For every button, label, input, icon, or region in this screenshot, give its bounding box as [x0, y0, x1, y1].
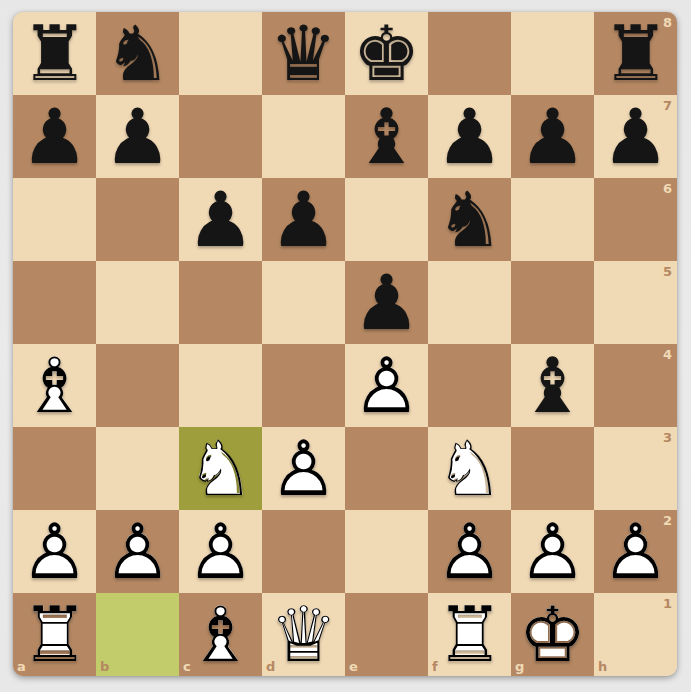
- square-b1[interactable]: b: [96, 593, 179, 676]
- black-bishop-piece[interactable]: ♝: [511, 344, 594, 427]
- square-c1[interactable]: ♝♗c: [179, 593, 262, 676]
- black-pawn-piece[interactable]: ♟: [179, 178, 262, 261]
- square-c5[interactable]: [179, 261, 262, 344]
- piece-glyph: ♞: [103, 12, 171, 95]
- square-e6[interactable]: [345, 178, 428, 261]
- piece-glyph: ♟: [518, 95, 586, 178]
- square-a5[interactable]: [13, 261, 96, 344]
- rank-label-6: 6: [663, 181, 672, 196]
- square-a1[interactable]: ♜♖a: [13, 593, 96, 676]
- white-pawn-piece[interactable]: ♟♙: [345, 344, 428, 427]
- square-f4[interactable]: [428, 344, 511, 427]
- white-rook-piece[interactable]: ♜♖: [13, 593, 96, 676]
- square-h2[interactable]: ♟♙2: [594, 510, 677, 593]
- chess-board: ♜♞♛♚♜8♟♟♝♟♟♟7♟♟♞6♟5♝♗♟♙♝4♞♘♟♙♞♘3♟♙♟♙♟♙♟♙…: [13, 12, 677, 676]
- piece-glyph: ♙: [186, 510, 254, 593]
- square-c6[interactable]: ♟: [179, 178, 262, 261]
- square-c7[interactable]: [179, 95, 262, 178]
- piece-glyph: ♞: [435, 178, 503, 261]
- white-pawn-piece[interactable]: ♟♙: [179, 510, 262, 593]
- piece-glyph: ♟: [269, 178, 337, 261]
- piece-glyph: ♘: [435, 427, 503, 510]
- square-g5[interactable]: [511, 261, 594, 344]
- piece-glyph: ♘: [186, 427, 254, 510]
- square-d6[interactable]: ♟: [262, 178, 345, 261]
- piece-glyph: ♔: [518, 593, 586, 676]
- file-label-h: h: [598, 659, 607, 674]
- white-pawn-piece[interactable]: ♟♙: [96, 510, 179, 593]
- square-h6[interactable]: 6: [594, 178, 677, 261]
- square-g3[interactable]: [511, 427, 594, 510]
- piece-glyph: ♙: [352, 344, 420, 427]
- piece-glyph: ♖: [20, 593, 88, 676]
- piece-glyph: ♙: [20, 510, 88, 593]
- page-background: ♜♞♛♚♜8♟♟♝♟♟♟7♟♟♞6♟5♝♗♟♙♝4♞♘♟♙♞♘3♟♙♟♙♟♙♟♙…: [0, 0, 691, 692]
- square-e1[interactable]: e: [345, 593, 428, 676]
- piece-glyph: ♖: [435, 593, 503, 676]
- piece-glyph: ♟: [352, 261, 420, 344]
- square-d5[interactable]: [262, 261, 345, 344]
- square-e2[interactable]: [345, 510, 428, 593]
- white-king-piece[interactable]: ♚♔: [511, 593, 594, 676]
- black-pawn-piece[interactable]: ♟: [262, 178, 345, 261]
- square-a4[interactable]: ♝♗: [13, 344, 96, 427]
- square-b5[interactable]: [96, 261, 179, 344]
- white-pawn-piece[interactable]: ♟♙: [262, 427, 345, 510]
- rank-label-1: 1: [663, 596, 672, 611]
- square-g2[interactable]: ♟♙: [511, 510, 594, 593]
- square-b3[interactable]: [96, 427, 179, 510]
- black-knight-piece[interactable]: ♞: [96, 12, 179, 95]
- square-e3[interactable]: [345, 427, 428, 510]
- square-d4[interactable]: [262, 344, 345, 427]
- piece-glyph: ♙: [103, 510, 171, 593]
- square-e7[interactable]: ♝: [345, 95, 428, 178]
- white-pawn-piece[interactable]: ♟♙: [511, 510, 594, 593]
- black-queen-piece[interactable]: ♛: [262, 12, 345, 95]
- white-pawn-piece[interactable]: ♟♙: [594, 510, 677, 593]
- square-a6[interactable]: [13, 178, 96, 261]
- piece-glyph: ♜: [601, 12, 669, 95]
- square-h8[interactable]: ♜8: [594, 12, 677, 95]
- square-h7[interactable]: ♟7: [594, 95, 677, 178]
- white-knight-piece[interactable]: ♞♘: [179, 427, 262, 510]
- square-a7[interactable]: ♟: [13, 95, 96, 178]
- black-pawn-piece[interactable]: ♟: [345, 261, 428, 344]
- square-b7[interactable]: ♟: [96, 95, 179, 178]
- square-f3[interactable]: ♞♘: [428, 427, 511, 510]
- square-f7[interactable]: ♟: [428, 95, 511, 178]
- black-rook-piece[interactable]: ♜: [13, 12, 96, 95]
- piece-glyph: ♝: [352, 95, 420, 178]
- piece-glyph: ♝: [518, 344, 586, 427]
- black-pawn-piece[interactable]: ♟: [428, 95, 511, 178]
- piece-glyph: ♙: [601, 510, 669, 593]
- square-b2[interactable]: ♟♙: [96, 510, 179, 593]
- square-b6[interactable]: [96, 178, 179, 261]
- black-king-piece[interactable]: ♚: [345, 12, 428, 95]
- piece-glyph: ♕: [269, 593, 337, 676]
- square-g1[interactable]: ♚♔g: [511, 593, 594, 676]
- white-rook-piece[interactable]: ♜♖: [428, 593, 511, 676]
- piece-glyph: ♙: [269, 427, 337, 510]
- square-g7[interactable]: ♟: [511, 95, 594, 178]
- square-c2[interactable]: ♟♙: [179, 510, 262, 593]
- black-bishop-piece[interactable]: ♝: [345, 95, 428, 178]
- piece-glyph: ♙: [518, 510, 586, 593]
- square-b4[interactable]: [96, 344, 179, 427]
- piece-glyph: ♗: [20, 344, 88, 427]
- square-h4[interactable]: 4: [594, 344, 677, 427]
- piece-glyph: ♙: [435, 510, 503, 593]
- square-d1[interactable]: ♛♕d: [262, 593, 345, 676]
- black-pawn-piece[interactable]: ♟: [13, 95, 96, 178]
- white-knight-piece[interactable]: ♞♘: [428, 427, 511, 510]
- square-e5[interactable]: ♟: [345, 261, 428, 344]
- square-e8[interactable]: ♚: [345, 12, 428, 95]
- square-f6[interactable]: ♞: [428, 178, 511, 261]
- square-d7[interactable]: [262, 95, 345, 178]
- square-c4[interactable]: [179, 344, 262, 427]
- piece-glyph: ♟: [20, 95, 88, 178]
- piece-glyph: ♟: [601, 95, 669, 178]
- black-rook-piece[interactable]: ♜: [594, 12, 677, 95]
- piece-glyph: ♚: [352, 12, 420, 95]
- square-a2[interactable]: ♟♙: [13, 510, 96, 593]
- square-b8[interactable]: ♞: [96, 12, 179, 95]
- black-pawn-piece[interactable]: ♟: [96, 95, 179, 178]
- square-d8[interactable]: ♛: [262, 12, 345, 95]
- square-a8[interactable]: ♜: [13, 12, 96, 95]
- black-pawn-piece[interactable]: ♟: [594, 95, 677, 178]
- white-queen-piece[interactable]: ♛♕: [262, 593, 345, 676]
- white-pawn-piece[interactable]: ♟♙: [428, 510, 511, 593]
- square-h5[interactable]: 5: [594, 261, 677, 344]
- piece-glyph: ♟: [103, 95, 171, 178]
- white-pawn-piece[interactable]: ♟♙: [13, 510, 96, 593]
- piece-glyph: ♟: [435, 95, 503, 178]
- square-f5[interactable]: [428, 261, 511, 344]
- square-f8[interactable]: [428, 12, 511, 95]
- white-bishop-piece[interactable]: ♝♗: [13, 344, 96, 427]
- square-g4[interactable]: ♝: [511, 344, 594, 427]
- square-d2[interactable]: [262, 510, 345, 593]
- square-a3[interactable]: [13, 427, 96, 510]
- white-bishop-piece[interactable]: ♝♗: [179, 593, 262, 676]
- rank-label-3: 3: [663, 430, 672, 445]
- piece-glyph: ♟: [186, 178, 254, 261]
- square-c3[interactable]: ♞♘: [179, 427, 262, 510]
- square-f1[interactable]: ♜♖f: [428, 593, 511, 676]
- black-knight-piece[interactable]: ♞: [428, 178, 511, 261]
- square-f2[interactable]: ♟♙: [428, 510, 511, 593]
- piece-glyph: ♜: [20, 12, 88, 95]
- rank-label-5: 5: [663, 264, 672, 279]
- square-d3[interactable]: ♟♙: [262, 427, 345, 510]
- square-g6[interactable]: [511, 178, 594, 261]
- piece-glyph: ♗: [186, 593, 254, 676]
- square-e4[interactable]: ♟♙: [345, 344, 428, 427]
- square-h3[interactable]: 3: [594, 427, 677, 510]
- rank-label-4: 4: [663, 347, 672, 362]
- piece-glyph: ♛: [269, 12, 337, 95]
- black-pawn-piece[interactable]: ♟: [511, 95, 594, 178]
- square-g8[interactable]: [511, 12, 594, 95]
- file-label-b: b: [100, 659, 109, 674]
- square-c8[interactable]: [179, 12, 262, 95]
- file-label-e: e: [349, 659, 358, 674]
- square-h1[interactable]: 1h: [594, 593, 677, 676]
